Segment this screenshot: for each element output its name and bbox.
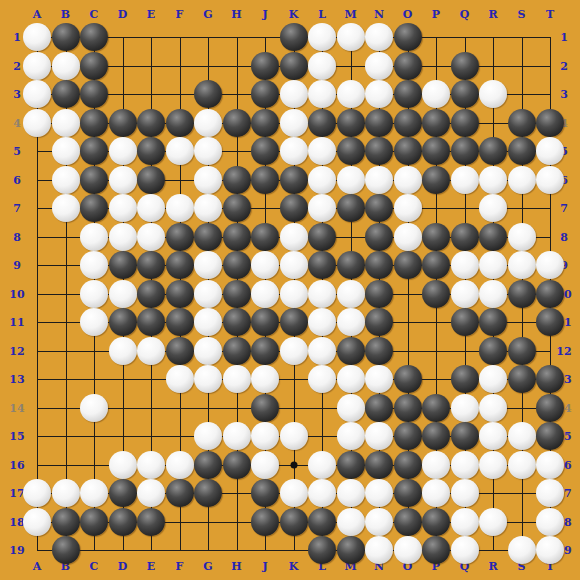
black-stone-H6[interactable] xyxy=(223,166,251,194)
white-stone-T5[interactable] xyxy=(536,137,564,165)
black-stone-K18[interactable] xyxy=(280,508,308,536)
white-stone-T6[interactable] xyxy=(536,166,564,194)
black-stone-G8[interactable] xyxy=(194,223,222,251)
white-stone-M11[interactable] xyxy=(337,308,365,336)
black-stone-P6[interactable] xyxy=(422,166,450,194)
white-stone-D7[interactable] xyxy=(109,194,137,222)
black-stone-O4[interactable] xyxy=(394,109,422,137)
white-stone-R10[interactable] xyxy=(479,280,507,308)
coord-label-top-C: C xyxy=(90,9,99,20)
black-stone-L8[interactable] xyxy=(308,223,336,251)
white-stone-C8[interactable] xyxy=(80,223,108,251)
white-stone-A3[interactable] xyxy=(23,80,51,108)
black-stone-B3[interactable] xyxy=(52,80,80,108)
black-stone-T13[interactable] xyxy=(536,365,564,393)
white-stone-N18[interactable] xyxy=(365,508,393,536)
coord-label-left-6: 6 xyxy=(13,174,21,185)
white-stone-Q18[interactable] xyxy=(451,508,479,536)
coord-label-right-8: 8 xyxy=(560,231,568,242)
white-stone-E12[interactable] xyxy=(137,337,165,365)
white-stone-S16[interactable] xyxy=(508,451,536,479)
white-stone-O6[interactable] xyxy=(394,166,422,194)
white-stone-E16[interactable] xyxy=(137,451,165,479)
black-stone-N14[interactable] xyxy=(365,394,393,422)
white-stone-G10[interactable] xyxy=(194,280,222,308)
black-stone-N9[interactable] xyxy=(365,251,393,279)
white-stone-T16[interactable] xyxy=(536,451,564,479)
white-stone-T9[interactable] xyxy=(536,251,564,279)
black-stone-J18[interactable] xyxy=(251,508,279,536)
white-stone-C9[interactable] xyxy=(80,251,108,279)
white-stone-J10[interactable] xyxy=(251,280,279,308)
coord-label-bottom-R: R xyxy=(488,561,497,572)
white-stone-H13[interactable] xyxy=(223,365,251,393)
black-stone-S13[interactable] xyxy=(508,365,536,393)
black-stone-K6[interactable] xyxy=(280,166,308,194)
black-stone-H4[interactable] xyxy=(223,109,251,137)
white-stone-E8[interactable] xyxy=(137,223,165,251)
black-stone-N16[interactable] xyxy=(365,451,393,479)
white-stone-G7[interactable] xyxy=(194,194,222,222)
white-stone-E7[interactable] xyxy=(137,194,165,222)
black-stone-C7[interactable] xyxy=(80,194,108,222)
white-stone-B5[interactable] xyxy=(52,137,80,165)
black-stone-N4[interactable] xyxy=(365,109,393,137)
white-stone-M1[interactable] xyxy=(337,23,365,51)
black-stone-L9[interactable] xyxy=(308,251,336,279)
white-stone-F7[interactable] xyxy=(166,194,194,222)
black-stone-O16[interactable] xyxy=(394,451,422,479)
black-stone-P5[interactable] xyxy=(422,137,450,165)
white-stone-N17[interactable] xyxy=(365,479,393,507)
black-stone-E5[interactable] xyxy=(137,137,165,165)
white-stone-L17[interactable] xyxy=(308,479,336,507)
white-stone-J9[interactable] xyxy=(251,251,279,279)
black-stone-J4[interactable] xyxy=(251,109,279,137)
black-stone-G17[interactable] xyxy=(194,479,222,507)
white-stone-M3[interactable] xyxy=(337,80,365,108)
black-stone-Q2[interactable] xyxy=(451,52,479,80)
black-stone-F9[interactable] xyxy=(166,251,194,279)
white-stone-M17[interactable] xyxy=(337,479,365,507)
coord-label-left-15: 15 xyxy=(9,431,24,442)
white-stone-S9[interactable] xyxy=(508,251,536,279)
white-stone-F5[interactable] xyxy=(166,137,194,165)
black-stone-C18[interactable] xyxy=(80,508,108,536)
black-stone-E4[interactable] xyxy=(137,109,165,137)
black-stone-H9[interactable] xyxy=(223,251,251,279)
black-stone-C4[interactable] xyxy=(80,109,108,137)
white-stone-J16[interactable] xyxy=(251,451,279,479)
black-stone-Q5[interactable] xyxy=(451,137,479,165)
white-stone-L2[interactable] xyxy=(308,52,336,80)
black-stone-B18[interactable] xyxy=(52,508,80,536)
black-stone-E10[interactable] xyxy=(137,280,165,308)
white-stone-L16[interactable] xyxy=(308,451,336,479)
white-stone-K15[interactable] xyxy=(280,422,308,450)
black-stone-F12[interactable] xyxy=(166,337,194,365)
black-stone-H11[interactable] xyxy=(223,308,251,336)
black-stone-H7[interactable] xyxy=(223,194,251,222)
white-stone-D16[interactable] xyxy=(109,451,137,479)
coord-label-top-T: T xyxy=(546,9,554,20)
coord-label-bottom-A: A xyxy=(33,561,42,572)
black-stone-L4[interactable] xyxy=(308,109,336,137)
black-stone-Q11[interactable] xyxy=(451,308,479,336)
white-stone-F13[interactable] xyxy=(166,365,194,393)
coord-label-top-N: N xyxy=(374,9,384,20)
coord-label-top-K: K xyxy=(289,9,299,20)
coord-label-left-4: 4 xyxy=(13,117,21,128)
white-stone-E17[interactable] xyxy=(137,479,165,507)
white-stone-Q10[interactable] xyxy=(451,280,479,308)
black-stone-C6[interactable] xyxy=(80,166,108,194)
black-stone-R11[interactable] xyxy=(479,308,507,336)
black-stone-F17[interactable] xyxy=(166,479,194,507)
white-stone-O7[interactable] xyxy=(394,194,422,222)
black-stone-F10[interactable] xyxy=(166,280,194,308)
white-stone-L13[interactable] xyxy=(308,365,336,393)
white-stone-R3[interactable] xyxy=(479,80,507,108)
black-stone-J12[interactable] xyxy=(251,337,279,365)
coord-label-right-3: 3 xyxy=(560,89,568,100)
black-stone-D18[interactable] xyxy=(109,508,137,536)
coord-label-left-12: 12 xyxy=(9,345,24,356)
black-stone-M16[interactable] xyxy=(337,451,365,479)
white-stone-T18[interactable] xyxy=(536,508,564,536)
black-stone-J17[interactable] xyxy=(251,479,279,507)
white-stone-T17[interactable] xyxy=(536,479,564,507)
white-stone-C17[interactable] xyxy=(80,479,108,507)
black-stone-S4[interactable] xyxy=(508,109,536,137)
black-stone-J2[interactable] xyxy=(251,52,279,80)
white-stone-O8[interactable] xyxy=(394,223,422,251)
white-stone-L12[interactable] xyxy=(308,337,336,365)
black-stone-Q4[interactable] xyxy=(451,109,479,137)
black-stone-F11[interactable] xyxy=(166,308,194,336)
black-stone-O1[interactable] xyxy=(394,23,422,51)
black-stone-F4[interactable] xyxy=(166,109,194,137)
white-stone-D12[interactable] xyxy=(109,337,137,365)
black-stone-T11[interactable] xyxy=(536,308,564,336)
black-stone-G3[interactable] xyxy=(194,80,222,108)
black-stone-M12[interactable] xyxy=(337,337,365,365)
white-stone-L6[interactable] xyxy=(308,166,336,194)
black-stone-P15[interactable] xyxy=(422,422,450,450)
black-stone-P14[interactable] xyxy=(422,394,450,422)
black-stone-E11[interactable] xyxy=(137,308,165,336)
white-stone-R6[interactable] xyxy=(479,166,507,194)
white-stone-S15[interactable] xyxy=(508,422,536,450)
black-stone-N12[interactable] xyxy=(365,337,393,365)
white-stone-O19[interactable] xyxy=(394,536,422,564)
white-stone-D10[interactable] xyxy=(109,280,137,308)
white-stone-R9[interactable] xyxy=(479,251,507,279)
black-stone-C2[interactable] xyxy=(80,52,108,80)
coord-label-left-2: 2 xyxy=(13,60,21,71)
coord-label-left-19: 19 xyxy=(9,545,24,556)
white-stone-F16[interactable] xyxy=(166,451,194,479)
white-stone-H15[interactable] xyxy=(223,422,251,450)
white-stone-J13[interactable] xyxy=(251,365,279,393)
white-stone-M18[interactable] xyxy=(337,508,365,536)
coord-label-top-Q: Q xyxy=(460,9,470,20)
white-stone-B7[interactable] xyxy=(52,194,80,222)
white-stone-M14[interactable] xyxy=(337,394,365,422)
black-stone-T10[interactable] xyxy=(536,280,564,308)
white-stone-M10[interactable] xyxy=(337,280,365,308)
coord-label-left-11: 11 xyxy=(9,317,24,328)
white-stone-L5[interactable] xyxy=(308,137,336,165)
white-stone-M13[interactable] xyxy=(337,365,365,393)
coord-label-bottom-J: J xyxy=(262,561,267,572)
white-stone-N1[interactable] xyxy=(365,23,393,51)
black-stone-P9[interactable] xyxy=(422,251,450,279)
white-stone-N2[interactable] xyxy=(365,52,393,80)
black-stone-L18[interactable] xyxy=(308,508,336,536)
black-stone-R12[interactable] xyxy=(479,337,507,365)
black-stone-H10[interactable] xyxy=(223,280,251,308)
white-stone-G15[interactable] xyxy=(194,422,222,450)
black-stone-T15[interactable] xyxy=(536,422,564,450)
black-stone-L19[interactable] xyxy=(308,536,336,564)
white-stone-S19[interactable] xyxy=(508,536,536,564)
coord-label-top-O: O xyxy=(403,9,413,20)
white-stone-B17[interactable] xyxy=(52,479,80,507)
white-stone-C11[interactable] xyxy=(80,308,108,336)
white-stone-A18[interactable] xyxy=(23,508,51,536)
white-stone-N15[interactable] xyxy=(365,422,393,450)
white-stone-L3[interactable] xyxy=(308,80,336,108)
white-stone-D8[interactable] xyxy=(109,223,137,251)
black-stone-M9[interactable] xyxy=(337,251,365,279)
black-stone-K7[interactable] xyxy=(280,194,308,222)
white-stone-R15[interactable] xyxy=(479,422,507,450)
white-stone-C10[interactable] xyxy=(80,280,108,308)
coord-label-top-B: B xyxy=(61,9,70,20)
white-stone-R16[interactable] xyxy=(479,451,507,479)
coord-label-top-L: L xyxy=(318,9,326,20)
coord-label-left-5: 5 xyxy=(13,146,21,157)
white-stone-S6[interactable] xyxy=(508,166,536,194)
white-stone-R13[interactable] xyxy=(479,365,507,393)
black-stone-F8[interactable] xyxy=(166,223,194,251)
black-stone-O5[interactable] xyxy=(394,137,422,165)
black-stone-O2[interactable] xyxy=(394,52,422,80)
black-stone-P19[interactable] xyxy=(422,536,450,564)
coord-label-left-3: 3 xyxy=(13,89,21,100)
white-stone-K3[interactable] xyxy=(280,80,308,108)
black-stone-O9[interactable] xyxy=(394,251,422,279)
white-stone-G6[interactable] xyxy=(194,166,222,194)
white-stone-G11[interactable] xyxy=(194,308,222,336)
black-stone-E18[interactable] xyxy=(137,508,165,536)
black-stone-Q13[interactable] xyxy=(451,365,479,393)
black-stone-M7[interactable] xyxy=(337,194,365,222)
white-stone-T19[interactable] xyxy=(536,536,564,564)
black-stone-D4[interactable] xyxy=(109,109,137,137)
white-stone-N6[interactable] xyxy=(365,166,393,194)
white-stone-K4[interactable] xyxy=(280,109,308,137)
black-stone-B1[interactable] xyxy=(52,23,80,51)
black-stone-K11[interactable] xyxy=(280,308,308,336)
coord-label-top-J: J xyxy=(262,9,267,20)
white-stone-A4[interactable] xyxy=(23,109,51,137)
white-stone-L10[interactable] xyxy=(308,280,336,308)
white-stone-C14[interactable] xyxy=(80,394,108,422)
black-stone-N11[interactable] xyxy=(365,308,393,336)
black-stone-S5[interactable] xyxy=(508,137,536,165)
coord-label-top-E: E xyxy=(147,9,155,20)
black-stone-J14[interactable] xyxy=(251,394,279,422)
white-stone-G13[interactable] xyxy=(194,365,222,393)
black-stone-Q8[interactable] xyxy=(451,223,479,251)
white-stone-Q16[interactable] xyxy=(451,451,479,479)
black-stone-M19[interactable] xyxy=(337,536,365,564)
black-stone-J11[interactable] xyxy=(251,308,279,336)
white-stone-M15[interactable] xyxy=(337,422,365,450)
black-stone-P8[interactable] xyxy=(422,223,450,251)
black-stone-O13[interactable] xyxy=(394,365,422,393)
black-stone-K2[interactable] xyxy=(280,52,308,80)
white-stone-Q6[interactable] xyxy=(451,166,479,194)
coord-label-bottom-F: F xyxy=(176,561,184,572)
white-stone-G5[interactable] xyxy=(194,137,222,165)
white-stone-R14[interactable] xyxy=(479,394,507,422)
black-stone-O14[interactable] xyxy=(394,394,422,422)
coord-label-top-F: F xyxy=(176,9,184,20)
white-stone-N3[interactable] xyxy=(365,80,393,108)
white-stone-G9[interactable] xyxy=(194,251,222,279)
black-stone-T4[interactable] xyxy=(536,109,564,137)
white-stone-A1[interactable] xyxy=(23,23,51,51)
black-stone-K1[interactable] xyxy=(280,23,308,51)
black-stone-J6[interactable] xyxy=(251,166,279,194)
white-stone-B4[interactable] xyxy=(52,109,80,137)
black-stone-J5[interactable] xyxy=(251,137,279,165)
white-stone-B2[interactable] xyxy=(52,52,80,80)
white-stone-R18[interactable] xyxy=(479,508,507,536)
black-stone-C3[interactable] xyxy=(80,80,108,108)
black-stone-S10[interactable] xyxy=(508,280,536,308)
coord-label-left-10: 10 xyxy=(9,288,24,299)
white-stone-S8[interactable] xyxy=(508,223,536,251)
white-stone-N19[interactable] xyxy=(365,536,393,564)
coord-label-right-7: 7 xyxy=(560,203,568,214)
black-stone-N8[interactable] xyxy=(365,223,393,251)
white-stone-J15[interactable] xyxy=(251,422,279,450)
black-stone-O3[interactable] xyxy=(394,80,422,108)
coord-label-right-2: 2 xyxy=(560,60,568,71)
black-stone-P4[interactable] xyxy=(422,109,450,137)
white-stone-A17[interactable] xyxy=(23,479,51,507)
coord-label-top-R: R xyxy=(488,9,497,20)
coord-label-bottom-E: E xyxy=(147,561,155,572)
white-stone-L7[interactable] xyxy=(308,194,336,222)
black-stone-N10[interactable] xyxy=(365,280,393,308)
black-stone-M4[interactable] xyxy=(337,109,365,137)
black-stone-N7[interactable] xyxy=(365,194,393,222)
black-stone-O15[interactable] xyxy=(394,422,422,450)
white-stone-D5[interactable] xyxy=(109,137,137,165)
white-stone-R7[interactable] xyxy=(479,194,507,222)
black-stone-O18[interactable] xyxy=(394,508,422,536)
white-stone-B6[interactable] xyxy=(52,166,80,194)
black-stone-O17[interactable] xyxy=(394,479,422,507)
black-stone-E6[interactable] xyxy=(137,166,165,194)
white-stone-L11[interactable] xyxy=(308,308,336,336)
black-stone-R5[interactable] xyxy=(479,137,507,165)
white-stone-K9[interactable] xyxy=(280,251,308,279)
black-stone-H16[interactable] xyxy=(223,451,251,479)
black-stone-Q3[interactable] xyxy=(451,80,479,108)
black-stone-C1[interactable] xyxy=(80,23,108,51)
white-stone-D6[interactable] xyxy=(109,166,137,194)
black-stone-B19[interactable] xyxy=(52,536,80,564)
white-stone-K5[interactable] xyxy=(280,137,308,165)
white-stone-Q14[interactable] xyxy=(451,394,479,422)
black-stone-H8[interactable] xyxy=(223,223,251,251)
coord-label-right-1: 1 xyxy=(560,32,568,43)
coord-label-bottom-G: G xyxy=(203,561,212,572)
black-stone-H12[interactable] xyxy=(223,337,251,365)
white-stone-Q17[interactable] xyxy=(451,479,479,507)
black-stone-E9[interactable] xyxy=(137,251,165,279)
coord-label-left-1: 1 xyxy=(13,32,21,43)
white-stone-P16[interactable] xyxy=(422,451,450,479)
white-stone-K10[interactable] xyxy=(280,280,308,308)
black-stone-P10[interactable] xyxy=(422,280,450,308)
white-stone-P3[interactable] xyxy=(422,80,450,108)
coord-label-top-G: G xyxy=(203,9,212,20)
black-stone-D9[interactable] xyxy=(109,251,137,279)
coord-label-top-P: P xyxy=(432,9,440,20)
coord-label-left-16: 16 xyxy=(9,459,24,470)
white-stone-K12[interactable] xyxy=(280,337,308,365)
coord-label-left-8: 8 xyxy=(13,231,21,242)
black-stone-C5[interactable] xyxy=(80,137,108,165)
black-stone-R8[interactable] xyxy=(479,223,507,251)
white-stone-G4[interactable] xyxy=(194,109,222,137)
white-stone-Q9[interactable] xyxy=(451,251,479,279)
black-stone-J8[interactable] xyxy=(251,223,279,251)
black-stone-P18[interactable] xyxy=(422,508,450,536)
black-stone-D17[interactable] xyxy=(109,479,137,507)
white-stone-K8[interactable] xyxy=(280,223,308,251)
white-stone-Q19[interactable] xyxy=(451,536,479,564)
black-stone-J3[interactable] xyxy=(251,80,279,108)
white-stone-G12[interactable] xyxy=(194,337,222,365)
black-stone-M5[interactable] xyxy=(337,137,365,165)
coord-label-left-7: 7 xyxy=(13,203,21,214)
coord-label-top-D: D xyxy=(118,9,128,20)
coord-label-bottom-H: H xyxy=(231,561,241,572)
white-stone-N13[interactable] xyxy=(365,365,393,393)
black-stone-D11[interactable] xyxy=(109,308,137,336)
black-stone-G16[interactable] xyxy=(194,451,222,479)
coord-label-bottom-D: D xyxy=(118,561,128,572)
black-stone-Q15[interactable] xyxy=(451,422,479,450)
white-stone-K17[interactable] xyxy=(280,479,308,507)
black-stone-N5[interactable] xyxy=(365,137,393,165)
white-stone-P17[interactable] xyxy=(422,479,450,507)
black-stone-T14[interactable] xyxy=(536,394,564,422)
white-stone-M6[interactable] xyxy=(337,166,365,194)
white-stone-A2[interactable] xyxy=(23,52,51,80)
white-stone-L1[interactable] xyxy=(308,23,336,51)
black-stone-S12[interactable] xyxy=(508,337,536,365)
coord-label-bottom-K: K xyxy=(289,561,299,572)
